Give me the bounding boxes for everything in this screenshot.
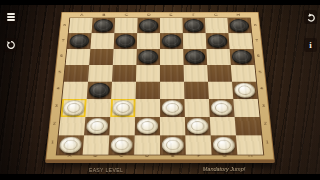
square-c2[interactable] (109, 117, 135, 136)
white-piece-a3[interactable] (63, 100, 85, 115)
info-icon: i (309, 40, 312, 50)
square-c8[interactable] (114, 18, 137, 33)
black-piece-h6[interactable] (231, 50, 252, 64)
square-a3[interactable] (61, 99, 87, 117)
square-d4[interactable] (136, 82, 160, 99)
hamburger-icon (7, 13, 15, 21)
square-f2[interactable] (185, 117, 211, 136)
square-h7[interactable] (228, 33, 252, 49)
black-piece-c7[interactable] (115, 34, 135, 47)
restart-button[interactable] (4, 38, 17, 52)
level-label: EASY LEVEL (78, 167, 134, 173)
square-h3[interactable] (233, 99, 259, 117)
checkers-app: ABCDEFGH ABCDEFGH 87654321 87654321 i EA… (0, 0, 320, 180)
info-button[interactable]: i (304, 38, 317, 52)
white-piece-b2[interactable] (86, 118, 108, 134)
white-piece-e3[interactable] (162, 100, 183, 115)
square-a4[interactable] (62, 82, 88, 99)
white-piece-f2[interactable] (187, 118, 209, 134)
white-piece-g1[interactable] (213, 137, 236, 153)
square-c6[interactable] (113, 49, 137, 65)
black-piece-e7[interactable] (162, 34, 182, 47)
square-e6[interactable] (160, 49, 184, 65)
square-a5[interactable] (64, 65, 89, 82)
square-f3[interactable] (184, 99, 209, 117)
square-f1[interactable] (185, 135, 211, 154)
square-d8[interactable] (137, 18, 160, 33)
square-h6[interactable] (230, 49, 255, 65)
undo-icon (306, 12, 316, 22)
square-e4[interactable] (160, 82, 184, 99)
square-f4[interactable] (184, 82, 209, 99)
checkers-board (57, 18, 263, 154)
square-e3[interactable] (160, 99, 185, 117)
board-scene: ABCDEFGH ABCDEFGH 87654321 87654321 (45, 12, 275, 163)
square-f5[interactable] (184, 65, 208, 82)
square-e2[interactable] (160, 117, 185, 136)
white-piece-d2[interactable] (137, 118, 158, 134)
undo-button[interactable] (304, 10, 317, 24)
square-e1[interactable] (160, 135, 186, 154)
file-labels-top: ABCDEFGH (70, 13, 249, 17)
white-piece-c1[interactable] (110, 137, 132, 153)
square-b8[interactable] (92, 18, 116, 33)
square-c1[interactable] (108, 135, 134, 154)
black-piece-d6[interactable] (138, 50, 158, 64)
square-d1[interactable] (134, 135, 160, 154)
square-e8[interactable] (160, 18, 183, 33)
black-piece-d8[interactable] (139, 19, 158, 32)
white-piece-a1[interactable] (59, 137, 82, 153)
square-g8[interactable] (205, 18, 229, 33)
white-piece-c3[interactable] (112, 100, 133, 115)
black-piece-b8[interactable] (93, 19, 113, 32)
square-d2[interactable] (135, 117, 160, 136)
square-h1[interactable] (236, 135, 263, 154)
square-g4[interactable] (208, 82, 233, 99)
square-c3[interactable] (110, 99, 135, 117)
square-b7[interactable] (90, 33, 114, 49)
square-b6[interactable] (89, 49, 113, 65)
white-piece-h4[interactable] (234, 83, 256, 98)
square-b2[interactable] (84, 117, 110, 136)
square-g5[interactable] (207, 65, 232, 82)
square-g3[interactable] (209, 99, 235, 117)
square-g1[interactable] (211, 135, 238, 154)
white-piece-e1[interactable] (162, 137, 184, 153)
white-piece-g3[interactable] (211, 100, 233, 115)
square-d5[interactable] (136, 65, 160, 82)
mandatory-jump-label: Mandatory Jump! (194, 166, 254, 172)
square-f7[interactable] (183, 33, 207, 49)
square-a2[interactable] (59, 117, 86, 136)
square-h2[interactable] (235, 117, 262, 136)
menu-button[interactable] (4, 10, 17, 24)
black-piece-f8[interactable] (184, 19, 204, 32)
square-g7[interactable] (206, 33, 230, 49)
square-g6[interactable] (206, 49, 230, 65)
board-frame: ABCDEFGH ABCDEFGH 87654321 87654321 (45, 12, 275, 163)
black-piece-f6[interactable] (185, 50, 205, 64)
black-piece-a7[interactable] (69, 34, 90, 47)
square-a8[interactable] (69, 18, 93, 33)
square-h8[interactable] (227, 18, 251, 33)
square-a6[interactable] (66, 49, 91, 65)
square-d6[interactable] (136, 49, 160, 65)
black-piece-b4[interactable] (89, 83, 110, 98)
square-h5[interactable] (231, 65, 256, 82)
square-a7[interactable] (67, 33, 91, 49)
letterbox-bottom (0, 174, 320, 180)
square-d7[interactable] (137, 33, 160, 49)
black-piece-h8[interactable] (229, 19, 249, 32)
square-g2[interactable] (210, 117, 236, 136)
square-c4[interactable] (111, 82, 136, 99)
square-c7[interactable] (114, 33, 138, 49)
square-f8[interactable] (182, 18, 205, 33)
square-b3[interactable] (85, 99, 111, 117)
square-e5[interactable] (160, 65, 184, 82)
letterbox-top (0, 0, 320, 5)
square-e7[interactable] (160, 33, 183, 49)
square-b5[interactable] (88, 65, 113, 82)
square-c5[interactable] (112, 65, 136, 82)
square-a1[interactable] (57, 135, 84, 154)
square-h4[interactable] (232, 82, 258, 99)
black-piece-g7[interactable] (207, 34, 227, 47)
square-d3[interactable] (135, 99, 160, 117)
square-b4[interactable] (87, 82, 112, 99)
square-f6[interactable] (183, 49, 207, 65)
restart-icon (6, 40, 16, 50)
square-b1[interactable] (83, 135, 110, 154)
